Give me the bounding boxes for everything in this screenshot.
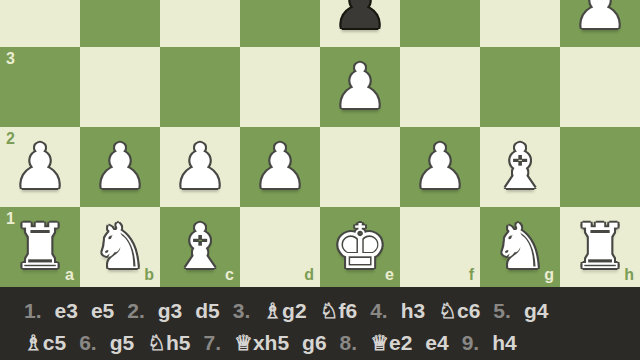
square-e2[interactable] [320,127,400,207]
square-h4[interactable]: ♟ [560,0,640,47]
square-h3[interactable] [560,47,640,127]
square-b2[interactable]: ♟ [80,127,160,207]
white-pawn-a2[interactable]: ♟ [0,127,80,207]
file-label-f: f [469,267,474,283]
square-b3[interactable] [80,47,160,127]
white-bishop-g2[interactable]: ♝ [480,127,560,207]
move-number: 8. [340,327,358,359]
white-knight-g1[interactable]: ♞ [480,207,560,287]
square-g4[interactable] [480,0,560,47]
square-c2[interactable]: ♟ [160,127,240,207]
move-token[interactable]: h4 [492,327,517,359]
move-token[interactable]: g6 [302,327,327,359]
square-d3[interactable] [240,47,320,127]
square-f3[interactable] [400,47,480,127]
move-number: 9. [462,327,480,359]
square-e1[interactable]: e♚ [320,207,400,287]
white-pawn-e3[interactable]: ♟ [320,47,400,127]
move-token[interactable]: ♘f6 [320,295,358,327]
white-bishop-c1[interactable]: ♝ [160,207,240,287]
square-f4[interactable] [400,0,480,47]
move-number: 4. [370,295,388,327]
white-pawn-c2[interactable]: ♟ [160,127,240,207]
move-row-1: 1.e3e52.g3d53.♗g2♘f64.h3♘c65.g4 [24,295,640,327]
square-c1[interactable]: c♝ [160,207,240,287]
move-token[interactable]: g4 [524,295,549,327]
square-a1[interactable]: 1a♜ [0,207,80,287]
white-pawn-b2[interactable]: ♟ [80,127,160,207]
move-token[interactable]: ♕e2 [370,327,412,359]
square-g3[interactable] [480,47,560,127]
square-g2[interactable]: ♝ [480,127,560,207]
move-token[interactable]: g5 [110,327,135,359]
square-b4[interactable] [80,0,160,47]
file-label-d: d [304,267,314,283]
move-token[interactable]: ♘c6 [438,295,480,327]
move-token[interactable]: ♗g2 [263,295,306,327]
move-token[interactable]: ♘h5 [147,327,190,359]
move-number: 5. [493,295,511,327]
square-g1[interactable]: g♞ [480,207,560,287]
move-token[interactable]: e3 [55,295,78,327]
white-knight-b1[interactable]: ♞ [80,207,160,287]
white-rook-h1[interactable]: ♜ [560,207,640,287]
move-token[interactable]: g3 [158,295,183,327]
move-number: 7. [204,327,222,359]
square-e3[interactable]: ♟ [320,47,400,127]
square-e4[interactable]: ♟ [320,0,400,47]
move-number: 2. [127,295,145,327]
move-list[interactable]: 1.e3e52.g3d53.♗g2♘f64.h3♘c65.g4♗c56.g5♘h… [0,287,640,360]
rank-label-3: 3 [6,51,15,67]
square-d1[interactable]: d [240,207,320,287]
move-token[interactable]: ♗c5 [24,327,66,359]
square-a4[interactable] [0,0,80,47]
move-token[interactable]: ♕xh5 [234,327,289,359]
square-d2[interactable]: ♟ [240,127,320,207]
white-rook-a1[interactable]: ♜ [0,207,80,287]
square-a3[interactable]: 3 [0,47,80,127]
square-h2[interactable] [560,127,640,207]
white-pawn-f2[interactable]: ♟ [400,127,480,207]
move-token[interactable]: h3 [401,295,426,327]
move-number: 1. [24,295,42,327]
move-token[interactable]: e4 [425,327,448,359]
square-a2[interactable]: 2♟ [0,127,80,207]
chess-board[interactable]: ♟♟3♟2♟♟♟♟♟♝1a♜b♞c♝de♚fg♞h♜ [0,0,640,287]
square-c3[interactable] [160,47,240,127]
square-h1[interactable]: h♜ [560,207,640,287]
black-pawn-e4[interactable]: ♟ [320,0,400,47]
move-number: 3. [233,295,251,327]
square-c4[interactable] [160,0,240,47]
move-token[interactable]: d5 [195,295,220,327]
white-pawn-d2[interactable]: ♟ [240,127,320,207]
square-f2[interactable]: ♟ [400,127,480,207]
square-d4[interactable] [240,0,320,47]
square-f1[interactable]: f [400,207,480,287]
square-b1[interactable]: b♞ [80,207,160,287]
move-number: 6. [79,327,97,359]
white-king-e1[interactable]: ♚ [320,207,400,287]
move-token[interactable]: e5 [91,295,114,327]
white-pawn-h4[interactable]: ♟ [560,0,640,47]
move-row-2: ♗c56.g5♘h57.♕xh5g68.♕e2e49.h4 [24,327,640,359]
